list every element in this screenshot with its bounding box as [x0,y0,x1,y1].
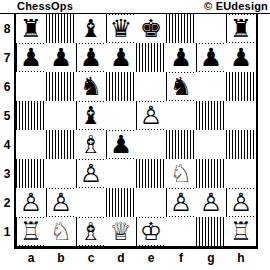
square-f8[interactable] [166,14,196,43]
square-d2[interactable] [106,188,136,217]
rank-label-2: 2 [0,188,14,217]
white-pawn[interactable]: ♙ [48,189,74,216]
white-pawn[interactable]: ♙ [18,189,44,216]
square-g4[interactable] [196,130,226,159]
square-g5[interactable] [196,101,226,130]
rank-label-4: 4 [0,130,14,159]
white-bishop[interactable]: ♗ [78,131,104,158]
square-d1[interactable]: ♕ [106,217,136,246]
white-rook[interactable]: ♖ [18,218,44,245]
white-pawn[interactable]: ♙ [78,160,104,187]
black-pawn[interactable]: ♟ [168,44,194,71]
black-pawn[interactable]: ♟ [198,44,224,71]
square-b3[interactable] [46,159,76,188]
square-h1[interactable]: ♖ [226,217,256,246]
square-a7[interactable]: ♟ [16,43,46,72]
file-label-f: f [166,250,196,266]
square-b8[interactable] [46,14,76,43]
square-f3[interactable]: ♘ [166,159,196,188]
white-rook[interactable]: ♖ [228,218,254,245]
square-d4[interactable]: ♟ [106,130,136,159]
file-label-b: b [46,250,76,266]
square-b7[interactable]: ♟ [46,43,76,72]
square-f2[interactable]: ♙ [166,188,196,217]
square-h5[interactable] [226,101,256,130]
square-h2[interactable]: ♙ [226,188,256,217]
square-h8[interactable]: ♜ [226,14,256,43]
black-pawn[interactable]: ♟ [78,44,104,71]
square-f4[interactable] [166,130,196,159]
square-g8[interactable] [196,14,226,43]
rank-label-6: 6 [0,72,14,101]
white-bishop[interactable]: ♗ [78,218,104,245]
square-g7[interactable]: ♟ [196,43,226,72]
square-c1[interactable]: ♗ [76,217,106,246]
credit-label: © EUdesign [204,0,268,12]
app-title: ChessOps [17,0,73,12]
square-c8[interactable]: ♝ [76,14,106,43]
square-c6[interactable]: ♞ [76,72,106,101]
square-b1[interactable]: ♘ [46,217,76,246]
square-d5[interactable] [106,101,136,130]
black-pawn[interactable]: ♟ [108,44,134,71]
square-c3[interactable]: ♙ [76,159,106,188]
square-f1[interactable] [166,217,196,246]
title-bar: ChessOps © EUdesign [0,0,270,14]
rank-label-5: 5 [0,101,14,130]
rank-labels: 87654321 [0,14,14,246]
square-e1[interactable]: ♔ [136,217,166,246]
rank-label-7: 7 [0,43,14,72]
square-b4[interactable] [46,130,76,159]
black-knight[interactable]: ♞ [168,73,194,100]
square-e5[interactable]: ♙ [136,101,166,130]
black-pawn[interactable]: ♟ [18,44,44,71]
square-h6[interactable] [226,72,256,101]
square-e7[interactable] [136,43,166,72]
white-pawn[interactable]: ♙ [228,189,254,216]
black-bishop[interactable]: ♝ [78,102,104,129]
white-pawn[interactable]: ♙ [198,189,224,216]
square-e3[interactable] [136,159,166,188]
square-g2[interactable]: ♙ [196,188,226,217]
square-e2[interactable] [136,188,166,217]
square-g1[interactable] [196,217,226,246]
board-frame: ♜♝♛♚♜♟♟♟♟♟♟♟♞♞♝♙♗♟♙♘♙♙♙♙♙♖♘♗♕♔♖ [14,14,258,249]
square-b2[interactable]: ♙ [46,188,76,217]
rank-label-3: 3 [0,159,14,188]
square-d3[interactable] [106,159,136,188]
square-e6[interactable] [136,72,166,101]
square-f7[interactable]: ♟ [166,43,196,72]
white-queen[interactable]: ♕ [108,218,134,245]
square-a2[interactable]: ♙ [16,188,46,217]
square-b6[interactable] [46,72,76,101]
square-d7[interactable]: ♟ [106,43,136,72]
square-h4[interactable] [226,130,256,159]
white-knight[interactable]: ♘ [168,160,194,187]
rank-label-1: 1 [0,217,14,246]
chessops-window: ChessOps © EUdesign 87654321 ♜♝♛♚♜♟♟♟♟♟♟… [0,0,270,270]
square-e8[interactable]: ♚ [136,14,166,43]
square-c4[interactable]: ♗ [76,130,106,159]
white-king[interactable]: ♔ [138,218,164,245]
file-label-d: d [106,250,136,266]
black-knight[interactable]: ♞ [78,73,104,100]
square-a1[interactable]: ♖ [16,217,46,246]
black-bishop[interactable]: ♝ [78,15,104,42]
square-a6[interactable] [16,72,46,101]
square-d8[interactable]: ♛ [106,14,136,43]
square-a5[interactable] [16,101,46,130]
square-a8[interactable]: ♜ [16,14,46,43]
square-c5[interactable]: ♝ [76,101,106,130]
white-pawn[interactable]: ♙ [138,102,164,129]
black-pawn[interactable]: ♟ [48,44,74,71]
square-h3[interactable] [226,159,256,188]
square-b5[interactable] [46,101,76,130]
black-pawn[interactable]: ♟ [228,44,254,71]
square-g6[interactable] [196,72,226,101]
black-queen[interactable]: ♛ [108,15,134,42]
file-label-c: c [76,250,106,266]
square-c7[interactable]: ♟ [76,43,106,72]
black-rook[interactable]: ♜ [18,15,44,42]
white-knight[interactable]: ♘ [48,218,74,245]
file-label-a: a [16,250,46,266]
file-labels: abcdefgh [16,250,256,266]
black-king[interactable]: ♚ [138,15,164,42]
square-a4[interactable] [16,130,46,159]
chess-board: ♜♝♛♚♜♟♟♟♟♟♟♟♞♞♝♙♗♟♙♘♙♙♙♙♙♖♘♗♕♔♖ [16,14,256,246]
square-f5[interactable] [166,101,196,130]
square-d6[interactable] [106,72,136,101]
square-c2[interactable] [76,188,106,217]
square-a3[interactable] [16,159,46,188]
square-e4[interactable] [136,130,166,159]
black-rook[interactable]: ♜ [228,15,254,42]
square-g3[interactable] [196,159,226,188]
square-h7[interactable]: ♟ [226,43,256,72]
file-label-g: g [196,250,226,266]
black-pawn[interactable]: ♟ [108,131,134,158]
white-pawn[interactable]: ♙ [168,189,194,216]
file-label-h: h [226,250,256,266]
square-f6[interactable]: ♞ [166,72,196,101]
file-label-e: e [136,250,166,266]
rank-label-8: 8 [0,14,14,43]
